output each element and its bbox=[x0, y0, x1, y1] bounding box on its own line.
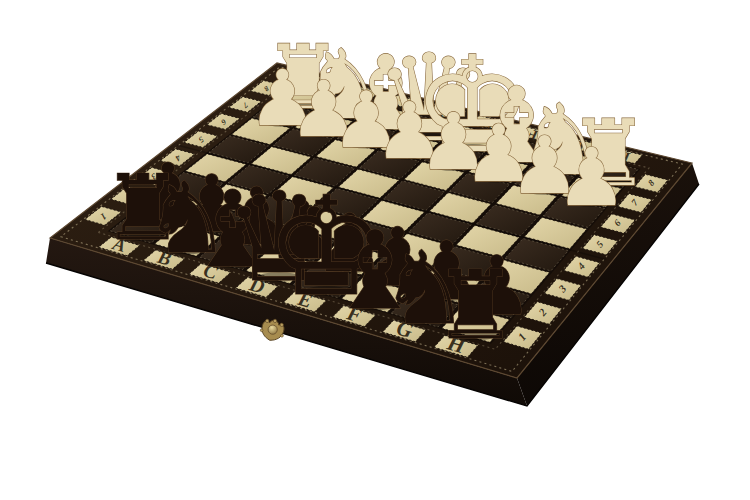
chess-set-photo: A11AB22BC33CD44DE55EF66FG77GH88H♜♞♟♝♟♛♟♚… bbox=[0, 0, 750, 500]
piece-light-pawn-h7: ♟ bbox=[556, 131, 628, 224]
product-photo-stage: A11AB22BC33CD44DE55EF66FG77GH88H♜♞♟♝♟♛♟♚… bbox=[0, 0, 750, 500]
piece-dark-rook-h1: ♜ bbox=[433, 251, 517, 360]
